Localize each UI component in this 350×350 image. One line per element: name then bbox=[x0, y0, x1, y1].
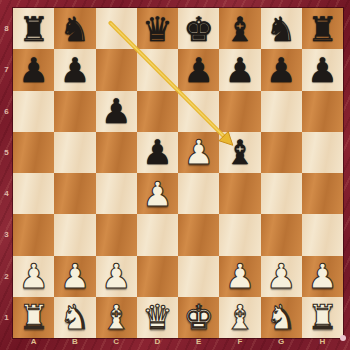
piece-black-knight-g8[interactable]: ♞ bbox=[261, 8, 302, 49]
file-label-g: G bbox=[261, 337, 302, 349]
square-b8[interactable]: ♞ bbox=[54, 8, 95, 49]
square-f7[interactable]: ♟ bbox=[219, 49, 260, 90]
square-a4[interactable] bbox=[13, 173, 54, 214]
square-c4[interactable] bbox=[96, 173, 137, 214]
square-h6[interactable] bbox=[302, 91, 343, 132]
square-h7[interactable]: ♟ bbox=[302, 49, 343, 90]
square-g7[interactable]: ♟ bbox=[261, 49, 302, 90]
piece-black-knight-b8[interactable]: ♞ bbox=[54, 8, 95, 49]
piece-black-pawn-g7[interactable]: ♟ bbox=[261, 49, 302, 90]
square-c1[interactable]: ♝ bbox=[96, 297, 137, 338]
square-e4[interactable] bbox=[178, 173, 219, 214]
square-d5[interactable]: ♟ bbox=[137, 132, 178, 173]
square-h5[interactable] bbox=[302, 132, 343, 173]
piece-white-pawn-d4[interactable]: ♟ bbox=[137, 173, 178, 214]
piece-white-pawn-h2[interactable]: ♟ bbox=[302, 256, 343, 297]
rank-label-2: 2 bbox=[0, 272, 13, 281]
square-a5[interactable] bbox=[13, 132, 54, 173]
piece-black-pawn-h7[interactable]: ♟ bbox=[302, 49, 343, 90]
piece-white-bishop-f1[interactable]: ♝ bbox=[219, 297, 260, 338]
square-f1[interactable]: ♝ bbox=[219, 297, 260, 338]
file-label-c: C bbox=[96, 337, 137, 349]
piece-black-queen-d8[interactable]: ♛ bbox=[137, 8, 178, 49]
piece-black-rook-a8[interactable]: ♜ bbox=[13, 8, 54, 49]
piece-white-pawn-e5[interactable]: ♟ bbox=[178, 132, 219, 173]
square-h3[interactable] bbox=[302, 214, 343, 255]
square-d1[interactable]: ♛ bbox=[137, 297, 178, 338]
piece-black-king-e8[interactable]: ♚ bbox=[178, 8, 219, 49]
piece-white-bishop-c1[interactable]: ♝ bbox=[96, 297, 137, 338]
square-f8[interactable]: ♝ bbox=[219, 8, 260, 49]
piece-white-knight-g1[interactable]: ♞ bbox=[261, 297, 302, 338]
square-a6[interactable] bbox=[13, 91, 54, 132]
square-c8[interactable] bbox=[96, 8, 137, 49]
file-label-e: E bbox=[178, 337, 219, 349]
rank-label-6: 6 bbox=[0, 107, 13, 116]
square-b3[interactable] bbox=[54, 214, 95, 255]
square-g6[interactable] bbox=[261, 91, 302, 132]
square-f2[interactable]: ♟ bbox=[219, 256, 260, 297]
square-h2[interactable]: ♟ bbox=[302, 256, 343, 297]
piece-black-rook-h8[interactable]: ♜ bbox=[302, 8, 343, 49]
chess-diagram: ♜♞♛♚♝♞♜♟♟♟♟♟♟♟♟♟♝♟♟♟♟♟♟♟♜♞♝♛♚♝♞♜ 8765432… bbox=[0, 0, 350, 350]
rank-label-4: 4 bbox=[0, 189, 13, 198]
square-b7[interactable]: ♟ bbox=[54, 49, 95, 90]
piece-white-pawn-b2[interactable]: ♟ bbox=[54, 256, 95, 297]
square-b5[interactable] bbox=[54, 132, 95, 173]
file-label-a: A bbox=[13, 337, 54, 349]
square-b6[interactable] bbox=[54, 91, 95, 132]
rank-label-5: 5 bbox=[0, 148, 13, 157]
square-g8[interactable]: ♞ bbox=[261, 8, 302, 49]
square-e3[interactable] bbox=[178, 214, 219, 255]
square-b1[interactable]: ♞ bbox=[54, 297, 95, 338]
square-a3[interactable] bbox=[13, 214, 54, 255]
piece-white-queen-d1[interactable]: ♛ bbox=[137, 297, 178, 338]
square-e6[interactable] bbox=[178, 91, 219, 132]
piece-black-bishop-f8[interactable]: ♝ bbox=[219, 8, 260, 49]
piece-black-pawn-f7[interactable]: ♟ bbox=[219, 49, 260, 90]
square-c5[interactable] bbox=[96, 132, 137, 173]
file-label-h: H bbox=[302, 337, 343, 349]
square-a1[interactable]: ♜ bbox=[13, 297, 54, 338]
piece-white-king-e1[interactable]: ♚ bbox=[178, 297, 219, 338]
chess-board: ♜♞♛♚♝♞♜♟♟♟♟♟♟♟♟♟♝♟♟♟♟♟♟♟♜♞♝♛♚♝♞♜ bbox=[13, 8, 343, 338]
piece-black-pawn-e7[interactable]: ♟ bbox=[178, 49, 219, 90]
piece-black-pawn-c6[interactable]: ♟ bbox=[96, 91, 137, 132]
piece-white-pawn-a2[interactable]: ♟ bbox=[13, 256, 54, 297]
square-a7[interactable]: ♟ bbox=[13, 49, 54, 90]
square-d3[interactable] bbox=[137, 214, 178, 255]
square-g1[interactable]: ♞ bbox=[261, 297, 302, 338]
square-f4[interactable] bbox=[219, 173, 260, 214]
piece-white-pawn-c2[interactable]: ♟ bbox=[96, 256, 137, 297]
square-c7[interactable] bbox=[96, 49, 137, 90]
square-h8[interactable]: ♜ bbox=[302, 8, 343, 49]
square-d4[interactable]: ♟ bbox=[137, 173, 178, 214]
piece-white-knight-b1[interactable]: ♞ bbox=[54, 297, 95, 338]
rank-label-8: 8 bbox=[0, 24, 13, 33]
file-label-d: D bbox=[137, 337, 178, 349]
square-d6[interactable] bbox=[137, 91, 178, 132]
square-d2[interactable] bbox=[137, 256, 178, 297]
square-e7[interactable]: ♟ bbox=[178, 49, 219, 90]
piece-black-pawn-a7[interactable]: ♟ bbox=[13, 49, 54, 90]
square-f5[interactable]: ♝ bbox=[219, 132, 260, 173]
piece-black-pawn-b7[interactable]: ♟ bbox=[54, 49, 95, 90]
square-a2[interactable]: ♟ bbox=[13, 256, 54, 297]
piece-white-rook-h1[interactable]: ♜ bbox=[302, 297, 343, 338]
square-g2[interactable]: ♟ bbox=[261, 256, 302, 297]
square-f6[interactable] bbox=[219, 91, 260, 132]
square-e1[interactable]: ♚ bbox=[178, 297, 219, 338]
file-label-f: F bbox=[219, 337, 260, 349]
square-b2[interactable]: ♟ bbox=[54, 256, 95, 297]
square-b4[interactable] bbox=[54, 173, 95, 214]
square-e2[interactable] bbox=[178, 256, 219, 297]
square-h4[interactable] bbox=[302, 173, 343, 214]
piece-black-bishop-f5[interactable]: ♝ bbox=[219, 132, 260, 173]
square-a8[interactable]: ♜ bbox=[13, 8, 54, 49]
square-g4[interactable] bbox=[261, 173, 302, 214]
square-e5[interactable]: ♟ bbox=[178, 132, 219, 173]
square-d8[interactable]: ♛ bbox=[137, 8, 178, 49]
square-c3[interactable] bbox=[96, 214, 137, 255]
square-g5[interactable] bbox=[261, 132, 302, 173]
square-c2[interactable]: ♟ bbox=[96, 256, 137, 297]
piece-black-pawn-d5[interactable]: ♟ bbox=[137, 132, 178, 173]
square-e8[interactable]: ♚ bbox=[178, 8, 219, 49]
piece-white-pawn-g2[interactable]: ♟ bbox=[261, 256, 302, 297]
square-c6[interactable]: ♟ bbox=[96, 91, 137, 132]
square-d7[interactable] bbox=[137, 49, 178, 90]
piece-white-pawn-f2[interactable]: ♟ bbox=[219, 256, 260, 297]
file-label-b: B bbox=[54, 337, 95, 349]
square-f3[interactable] bbox=[219, 214, 260, 255]
rank-label-1: 1 bbox=[0, 313, 13, 322]
piece-white-rook-a1[interactable]: ♜ bbox=[13, 297, 54, 338]
square-h1[interactable]: ♜ bbox=[302, 297, 343, 338]
square-g3[interactable] bbox=[261, 214, 302, 255]
rank-label-3: 3 bbox=[0, 230, 13, 239]
rank-label-7: 7 bbox=[0, 65, 13, 74]
